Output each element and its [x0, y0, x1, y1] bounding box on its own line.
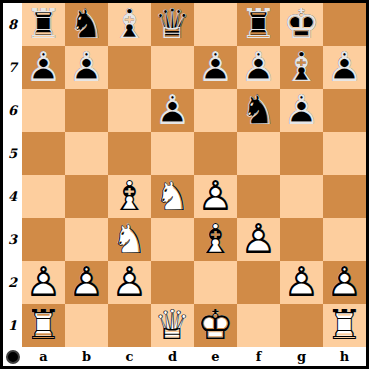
rank-label-3: 3 — [3, 218, 22, 261]
piece-fill-layer: ♟ — [194, 175, 237, 218]
piece-fill-layer: ♛ — [151, 304, 194, 347]
piece-fill-layer: ♟ — [22, 261, 65, 304]
square-f8[interactable]: ♜♖ — [237, 3, 280, 46]
square-d8[interactable]: ♛♕ — [151, 3, 194, 46]
square-h4[interactable] — [323, 175, 366, 218]
square-c5[interactable] — [108, 132, 151, 175]
square-c7[interactable] — [108, 46, 151, 89]
file-label-f: f — [237, 347, 280, 366]
square-h2[interactable]: ♟♙ — [323, 261, 366, 304]
square-c1[interactable] — [108, 304, 151, 347]
piece-fill-layer: ♝ — [280, 46, 323, 89]
piece-fill-layer: ♟ — [280, 261, 323, 304]
piece-fill-layer: ♜ — [22, 304, 65, 347]
square-e1[interactable]: ♚♔ — [194, 304, 237, 347]
square-d6[interactable]: ♟♙ — [151, 89, 194, 132]
square-a2[interactable]: ♟♙ — [22, 261, 65, 304]
piece-fill-layer: ♟ — [108, 261, 151, 304]
piece-outline-layer: ♖ — [22, 304, 65, 347]
piece-outline-layer: ♘ — [237, 89, 280, 132]
piece-white-pawn: ♟♙ — [194, 175, 237, 218]
piece-outline-layer: ♗ — [108, 175, 151, 218]
square-b2[interactable]: ♟♙ — [65, 261, 108, 304]
piece-outline-layer: ♔ — [280, 3, 323, 46]
piece-white-pawn: ♟♙ — [65, 261, 108, 304]
square-g4[interactable] — [280, 175, 323, 218]
piece-black-pawn: ♟♙ — [22, 46, 65, 89]
square-h5[interactable] — [323, 132, 366, 175]
file-label-d: d — [151, 347, 194, 366]
piece-white-bishop: ♝♗ — [194, 218, 237, 261]
piece-fill-layer: ♞ — [108, 218, 151, 261]
piece-fill-layer: ♝ — [108, 175, 151, 218]
piece-fill-layer: ♝ — [108, 3, 151, 46]
rank-label-4: 4 — [3, 175, 22, 218]
piece-fill-layer: ♟ — [22, 46, 65, 89]
piece-fill-layer: ♟ — [323, 46, 366, 89]
piece-fill-layer: ♜ — [22, 3, 65, 46]
rank-label-5: 5 — [3, 132, 22, 175]
square-d7[interactable] — [151, 46, 194, 89]
square-c2[interactable]: ♟♙ — [108, 261, 151, 304]
piece-fill-layer: ♞ — [151, 175, 194, 218]
square-b3[interactable] — [65, 218, 108, 261]
piece-white-pawn: ♟♙ — [280, 261, 323, 304]
piece-outline-layer: ♘ — [65, 3, 108, 46]
square-h6[interactable] — [323, 89, 366, 132]
square-h7[interactable]: ♟♙ — [323, 46, 366, 89]
square-g7[interactable]: ♝♗ — [280, 46, 323, 89]
piece-fill-layer: ♟ — [194, 46, 237, 89]
square-g8[interactable]: ♚♔ — [280, 3, 323, 46]
square-f4[interactable] — [237, 175, 280, 218]
square-a6[interactable] — [22, 89, 65, 132]
square-b6[interactable] — [65, 89, 108, 132]
square-g2[interactable]: ♟♙ — [280, 261, 323, 304]
piece-white-king: ♚♔ — [194, 304, 237, 347]
piece-fill-layer: ♟ — [65, 46, 108, 89]
piece-outline-layer: ♔ — [194, 304, 237, 347]
piece-black-pawn: ♟♙ — [323, 46, 366, 89]
square-c4[interactable]: ♝♗ — [108, 175, 151, 218]
piece-black-pawn: ♟♙ — [237, 46, 280, 89]
piece-outline-layer: ♗ — [280, 46, 323, 89]
piece-outline-layer: ♘ — [108, 218, 151, 261]
piece-outline-layer: ♙ — [65, 261, 108, 304]
square-f7[interactable]: ♟♙ — [237, 46, 280, 89]
square-e6[interactable] — [194, 89, 237, 132]
square-h1[interactable]: ♜♖ — [323, 304, 366, 347]
piece-white-pawn: ♟♙ — [108, 261, 151, 304]
piece-outline-layer: ♙ — [22, 261, 65, 304]
piece-black-rook: ♜♖ — [22, 3, 65, 46]
piece-outline-layer: ♕ — [151, 304, 194, 347]
piece-fill-layer: ♜ — [237, 3, 280, 46]
piece-outline-layer: ♘ — [151, 175, 194, 218]
file-label-c: c — [108, 347, 151, 366]
piece-fill-layer: ♟ — [65, 261, 108, 304]
piece-fill-layer: ♟ — [280, 89, 323, 132]
square-e7[interactable]: ♟♙ — [194, 46, 237, 89]
piece-fill-layer: ♟ — [323, 261, 366, 304]
square-g1[interactable] — [280, 304, 323, 347]
file-label-b: b — [65, 347, 108, 366]
piece-black-bishop: ♝♗ — [280, 46, 323, 89]
piece-outline-layer: ♙ — [237, 46, 280, 89]
piece-white-knight: ♞♘ — [108, 218, 151, 261]
piece-black-pawn: ♟♙ — [151, 89, 194, 132]
piece-white-rook: ♜♖ — [323, 304, 366, 347]
square-f2[interactable] — [237, 261, 280, 304]
piece-outline-layer: ♖ — [22, 3, 65, 46]
piece-white-pawn: ♟♙ — [323, 261, 366, 304]
rank-label-7: 7 — [3, 46, 22, 89]
piece-fill-layer: ♞ — [237, 89, 280, 132]
piece-fill-layer: ♟ — [237, 46, 280, 89]
square-d5[interactable] — [151, 132, 194, 175]
square-e5[interactable] — [194, 132, 237, 175]
square-a5[interactable] — [22, 132, 65, 175]
rank-label-1: 1 — [3, 304, 22, 347]
square-h3[interactable] — [323, 218, 366, 261]
piece-white-knight: ♞♘ — [151, 175, 194, 218]
square-a4[interactable] — [22, 175, 65, 218]
square-g3[interactable] — [280, 218, 323, 261]
piece-outline-layer: ♙ — [22, 46, 65, 89]
square-d2[interactable] — [151, 261, 194, 304]
black-to-move-indicator — [6, 350, 20, 364]
piece-black-pawn: ♟♙ — [280, 89, 323, 132]
square-c6[interactable] — [108, 89, 151, 132]
square-a7[interactable]: ♟♙ — [22, 46, 65, 89]
piece-black-king: ♚♔ — [280, 3, 323, 46]
file-label-e: e — [194, 347, 237, 366]
piece-outline-layer: ♗ — [194, 218, 237, 261]
piece-fill-layer: ♛ — [151, 3, 194, 46]
square-b8[interactable]: ♞♘ — [65, 3, 108, 46]
piece-black-bishop: ♝♗ — [108, 3, 151, 46]
piece-outline-layer: ♕ — [151, 3, 194, 46]
piece-fill-layer: ♚ — [280, 3, 323, 46]
piece-fill-layer: ♞ — [65, 3, 108, 46]
square-b7[interactable]: ♟♙ — [65, 46, 108, 89]
square-a1[interactable]: ♜♖ — [22, 304, 65, 347]
rank-label-2: 2 — [3, 261, 22, 304]
piece-black-knight: ♞♘ — [237, 89, 280, 132]
piece-white-rook: ♜♖ — [22, 304, 65, 347]
piece-fill-layer: ♜ — [323, 304, 366, 347]
piece-outline-layer: ♙ — [323, 46, 366, 89]
square-g6[interactable]: ♟♙ — [280, 89, 323, 132]
rank-label-6: 6 — [3, 89, 22, 132]
square-a8[interactable]: ♜♖ — [22, 3, 65, 46]
file-label-h: h — [323, 347, 366, 366]
piece-black-pawn: ♟♙ — [194, 46, 237, 89]
piece-outline-layer: ♙ — [151, 89, 194, 132]
piece-outline-layer: ♙ — [323, 261, 366, 304]
square-g5[interactable] — [280, 132, 323, 175]
file-label-g: g — [280, 347, 323, 366]
piece-black-knight: ♞♘ — [65, 3, 108, 46]
piece-outline-layer: ♙ — [280, 89, 323, 132]
square-b1[interactable] — [65, 304, 108, 347]
square-f1[interactable] — [237, 304, 280, 347]
rank-label-8: 8 — [3, 3, 22, 46]
piece-outline-layer: ♙ — [194, 175, 237, 218]
square-d4[interactable]: ♞♘ — [151, 175, 194, 218]
square-e2[interactable] — [194, 261, 237, 304]
square-a3[interactable] — [22, 218, 65, 261]
file-label-a: a — [22, 347, 65, 366]
square-b4[interactable] — [65, 175, 108, 218]
corner-cell — [3, 347, 22, 366]
square-d3[interactable] — [151, 218, 194, 261]
piece-black-pawn: ♟♙ — [65, 46, 108, 89]
square-f6[interactable]: ♞♘ — [237, 89, 280, 132]
piece-fill-layer: ♟ — [151, 89, 194, 132]
piece-white-bishop: ♝♗ — [108, 175, 151, 218]
board-frame: 8♜♖♞♘♝♗♛♕♜♖♚♔7♟♙♟♙♟♙♟♙♝♗♟♙6♟♙♞♘♟♙54♝♗♞♘♟… — [0, 0, 369, 369]
square-e3[interactable]: ♝♗ — [194, 218, 237, 261]
square-e8[interactable] — [194, 3, 237, 46]
square-c3[interactable]: ♞♘ — [108, 218, 151, 261]
piece-white-queen: ♛♕ — [151, 304, 194, 347]
square-f3[interactable]: ♟♙ — [237, 218, 280, 261]
piece-outline-layer: ♙ — [108, 261, 151, 304]
piece-fill-layer: ♝ — [194, 218, 237, 261]
piece-fill-layer: ♟ — [237, 218, 280, 261]
piece-outline-layer: ♙ — [65, 46, 108, 89]
piece-fill-layer: ♚ — [194, 304, 237, 347]
square-e4[interactable]: ♟♙ — [194, 175, 237, 218]
piece-white-pawn: ♟♙ — [237, 218, 280, 261]
piece-white-pawn: ♟♙ — [22, 261, 65, 304]
piece-black-queen: ♛♕ — [151, 3, 194, 46]
piece-outline-layer: ♙ — [237, 218, 280, 261]
piece-outline-layer: ♙ — [280, 261, 323, 304]
square-b5[interactable] — [65, 132, 108, 175]
square-h8[interactable] — [323, 3, 366, 46]
piece-outline-layer: ♙ — [194, 46, 237, 89]
square-c8[interactable]: ♝♗ — [108, 3, 151, 46]
piece-black-rook: ♜♖ — [237, 3, 280, 46]
square-f5[interactable] — [237, 132, 280, 175]
square-d1[interactable]: ♛♕ — [151, 304, 194, 347]
piece-outline-layer: ♖ — [323, 304, 366, 347]
piece-outline-layer: ♖ — [237, 3, 280, 46]
piece-outline-layer: ♗ — [108, 3, 151, 46]
